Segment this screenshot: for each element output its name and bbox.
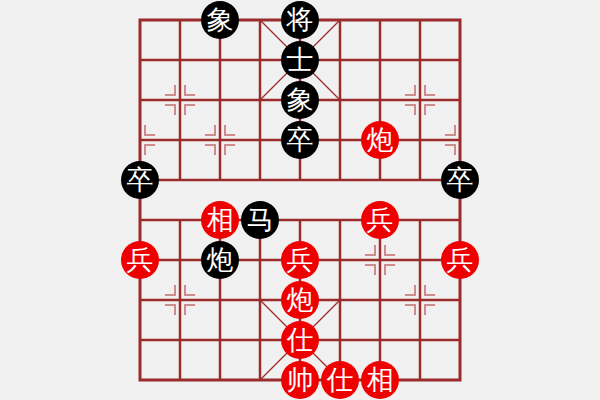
board-point — [400, 40, 440, 80]
black-general[interactable]: 将 — [281, 1, 319, 39]
board-point — [120, 0, 160, 40]
board-point — [120, 360, 160, 400]
board-point — [400, 320, 440, 360]
board-point: 兵 — [360, 200, 400, 240]
board-point — [440, 200, 480, 240]
board-point: 仕 — [320, 360, 360, 400]
board-point — [240, 320, 280, 360]
board-point — [120, 80, 160, 120]
board-point — [120, 120, 160, 160]
board-point — [320, 160, 360, 200]
board-point: 卒 — [440, 160, 480, 200]
board-point — [240, 280, 280, 320]
black-soldier[interactable]: 卒 — [121, 161, 159, 199]
xiangqi-board: 象将士象卒炮卒卒相马兵兵炮兵兵炮仕帅仕相 — [0, 0, 600, 400]
board-point — [200, 80, 240, 120]
board-point: 帅 — [280, 360, 320, 400]
red-general[interactable]: 帅 — [281, 361, 319, 399]
board-point — [320, 80, 360, 120]
board-point — [320, 200, 360, 240]
board-point — [120, 280, 160, 320]
board-point — [160, 120, 200, 160]
board-point: 炮 — [200, 240, 240, 280]
board-point — [440, 40, 480, 80]
black-soldier[interactable]: 卒 — [441, 161, 479, 199]
board-point — [400, 280, 440, 320]
board-point — [320, 40, 360, 80]
board-point — [200, 40, 240, 80]
board-point — [280, 160, 320, 200]
board-point — [200, 320, 240, 360]
board-point — [360, 280, 400, 320]
board-point — [160, 0, 200, 40]
board-point: 士 — [280, 40, 320, 80]
board-point — [240, 80, 280, 120]
red-elephant[interactable]: 相 — [361, 361, 399, 399]
red-soldier[interactable]: 兵 — [121, 241, 159, 279]
board-point — [120, 320, 160, 360]
red-advisor[interactable]: 仕 — [321, 361, 359, 399]
red-soldier[interactable]: 兵 — [281, 241, 319, 279]
board-point — [440, 0, 480, 40]
board-point — [160, 320, 200, 360]
board-point — [160, 80, 200, 120]
board-point — [440, 360, 480, 400]
board-point — [400, 80, 440, 120]
board-point — [440, 280, 480, 320]
board-point — [320, 240, 360, 280]
board-point: 兵 — [440, 240, 480, 280]
board-point — [320, 280, 360, 320]
board-point — [320, 120, 360, 160]
black-elephant[interactable]: 象 — [201, 1, 239, 39]
board-point — [360, 40, 400, 80]
board-point — [240, 160, 280, 200]
board-point — [400, 160, 440, 200]
black-soldier[interactable]: 卒 — [281, 121, 319, 159]
board-point: 象 — [200, 0, 240, 40]
board-point — [200, 160, 240, 200]
red-cannon[interactable]: 炮 — [281, 281, 319, 319]
board-point: 兵 — [120, 240, 160, 280]
board-point — [200, 120, 240, 160]
board-point — [160, 280, 200, 320]
board-point — [120, 40, 160, 80]
board-point — [360, 0, 400, 40]
red-soldier[interactable]: 兵 — [361, 201, 399, 239]
board-point: 象 — [280, 80, 320, 120]
board-point — [200, 360, 240, 400]
board-point: 卒 — [280, 120, 320, 160]
red-elephant[interactable]: 相 — [201, 201, 239, 239]
black-horse[interactable]: 马 — [241, 201, 279, 239]
board-point: 相 — [360, 360, 400, 400]
board-point — [240, 0, 280, 40]
board-point — [400, 360, 440, 400]
board-point — [440, 80, 480, 120]
board-point: 相 — [200, 200, 240, 240]
board-point — [160, 360, 200, 400]
board-point: 马 — [240, 200, 280, 240]
board-point — [400, 240, 440, 280]
board-point — [400, 120, 440, 160]
board-point: 卒 — [120, 160, 160, 200]
board-point — [320, 320, 360, 360]
black-cannon[interactable]: 炮 — [201, 241, 239, 279]
board-point — [200, 280, 240, 320]
board-point — [360, 240, 400, 280]
board-point — [240, 360, 280, 400]
board-point — [240, 40, 280, 80]
board-grid: 象将士象卒炮卒卒相马兵兵炮兵兵炮仕帅仕相 — [120, 0, 480, 400]
board-point: 炮 — [280, 280, 320, 320]
black-advisor[interactable]: 士 — [281, 41, 319, 79]
board-point — [440, 120, 480, 160]
board-point: 将 — [280, 0, 320, 40]
board-point — [160, 40, 200, 80]
red-cannon[interactable]: 炮 — [361, 121, 399, 159]
red-soldier[interactable]: 兵 — [441, 241, 479, 279]
board-point — [120, 200, 160, 240]
board-point — [360, 320, 400, 360]
board-point: 兵 — [280, 240, 320, 280]
black-elephant[interactable]: 象 — [281, 81, 319, 119]
board-point — [360, 160, 400, 200]
board-point — [280, 200, 320, 240]
board-point — [360, 80, 400, 120]
board-point — [400, 200, 440, 240]
board-point: 仕 — [280, 320, 320, 360]
board-point — [240, 120, 280, 160]
red-advisor[interactable]: 仕 — [281, 321, 319, 359]
board-point — [240, 240, 280, 280]
board-point — [160, 240, 200, 280]
board-point — [320, 0, 360, 40]
board-point — [400, 0, 440, 40]
board-point: 炮 — [360, 120, 400, 160]
board-point — [160, 160, 200, 200]
board-point — [160, 200, 200, 240]
board-point — [440, 320, 480, 360]
